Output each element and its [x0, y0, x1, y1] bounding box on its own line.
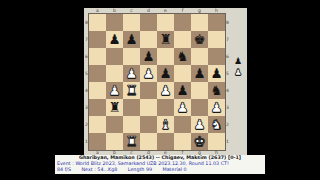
square-e6[interactable] [157, 48, 174, 65]
material-tray: ♟ ♟ [231, 56, 245, 77]
square-h6[interactable] [208, 48, 225, 65]
coordinate-label: 2 [225, 116, 230, 133]
black-rook: ♜ [159, 31, 171, 48]
material-balance-text: Material 0 [163, 167, 187, 172]
square-h5[interactable]: ♟ [208, 65, 225, 82]
board-panel: abcdefgh 87654321 ♟♟♜♚♟♞♟♟♟♟♟♟♜♟♟♞♜♟♟♝♟♞… [84, 8, 247, 155]
square-h4[interactable]: ♞ [208, 82, 225, 99]
square-c1[interactable]: ♜ [123, 133, 140, 150]
square-c3[interactable] [123, 99, 140, 116]
black-pawn: ♟ [193, 65, 205, 82]
square-c8[interactable] [123, 14, 140, 31]
black-pawn: ♟ [159, 65, 171, 82]
square-c5[interactable]: ♟ [123, 65, 140, 82]
square-b7[interactable]: ♟ [106, 31, 123, 48]
coordinate-label: 6 [225, 48, 230, 65]
white-bishop: ♝ [159, 116, 171, 133]
square-f7[interactable] [174, 31, 191, 48]
clock-text: 84 f/S [57, 167, 71, 172]
square-a3[interactable] [89, 99, 106, 116]
square-c4[interactable]: ♜ [123, 82, 140, 99]
game-length-text: Length 99 [128, 167, 152, 172]
white-pawn-icon: ♟ [234, 67, 242, 77]
white-pawn: ♟ [193, 116, 205, 133]
square-g8[interactable] [191, 14, 208, 31]
black-pawn: ♟ [176, 82, 188, 99]
coordinate-label: 8 [225, 14, 230, 31]
square-f4[interactable]: ♟ [174, 82, 191, 99]
black-pawn-icon: ♟ [234, 56, 242, 66]
square-e4[interactable]: ♟ [157, 82, 174, 99]
square-d8[interactable] [140, 14, 157, 31]
status-line: 84 f/S Next : 54...Kg8 Length 99 Materia… [55, 167, 265, 173]
white-pawn: ♟ [125, 65, 137, 82]
square-g2[interactable]: ♟ [191, 116, 208, 133]
next-move-text: Next : 54...Kg8 [82, 167, 118, 172]
square-e7[interactable]: ♜ [157, 31, 174, 48]
square-e5[interactable]: ♟ [157, 65, 174, 82]
square-h3[interactable]: ♟ [208, 99, 225, 116]
square-h2[interactable]: ♞ [208, 116, 225, 133]
square-d6[interactable]: ♟ [140, 48, 157, 65]
square-d1[interactable] [140, 133, 157, 150]
square-g5[interactable]: ♟ [191, 65, 208, 82]
square-f2[interactable] [174, 116, 191, 133]
square-b6[interactable] [106, 48, 123, 65]
square-c2[interactable] [123, 116, 140, 133]
white-pawn: ♟ [176, 99, 188, 116]
square-e3[interactable] [157, 99, 174, 116]
white-pawn: ♟ [108, 82, 120, 99]
white-rook: ♜ [125, 133, 137, 150]
white-pawn: ♟ [159, 82, 171, 99]
square-g1[interactable]: ♚ [191, 133, 208, 150]
square-b4[interactable]: ♟ [106, 82, 123, 99]
square-f1[interactable] [174, 133, 191, 150]
coordinate-label: 3 [225, 99, 230, 116]
square-d7[interactable] [140, 31, 157, 48]
square-g6[interactable] [191, 48, 208, 65]
square-g4[interactable] [191, 82, 208, 99]
square-d3[interactable] [140, 99, 157, 116]
black-king: ♚ [193, 31, 205, 48]
square-f5[interactable] [174, 65, 191, 82]
square-a7[interactable] [89, 31, 106, 48]
square-f6[interactable]: ♞ [174, 48, 191, 65]
square-c7[interactable]: ♟ [123, 31, 140, 48]
coordinate-label: 5 [225, 65, 230, 82]
square-h8[interactable] [208, 14, 225, 31]
square-g3[interactable] [191, 99, 208, 116]
square-a4[interactable] [89, 82, 106, 99]
square-a2[interactable] [89, 116, 106, 133]
square-g7[interactable]: ♚ [191, 31, 208, 48]
black-knight: ♞ [210, 82, 222, 99]
coordinate-label: 7 [225, 31, 230, 48]
black-pawn: ♟ [108, 31, 120, 48]
coordinate-label: 4 [225, 82, 230, 99]
square-h7[interactable] [208, 31, 225, 48]
video-frame: abcdefgh 87654321 ♟♟♜♚♟♞♟♟♟♟♟♟♜♟♟♞♜♟♟♝♟♞… [0, 0, 320, 180]
rank-labels-right: 87654321 [225, 14, 230, 150]
black-pawn: ♟ [142, 48, 154, 65]
white-pawn: ♟ [210, 99, 222, 116]
square-b1[interactable] [106, 133, 123, 150]
square-f3[interactable]: ♟ [174, 99, 191, 116]
square-f8[interactable] [174, 14, 191, 31]
square-b8[interactable] [106, 14, 123, 31]
square-h1[interactable] [208, 133, 225, 150]
white-pawn: ♟ [142, 65, 154, 82]
black-rook: ♜ [108, 99, 120, 116]
white-rook: ♜ [125, 82, 137, 99]
square-e2[interactable]: ♝ [157, 116, 174, 133]
square-e8[interactable] [157, 14, 174, 31]
coordinate-label: 1 [225, 133, 230, 150]
square-b2[interactable] [106, 116, 123, 133]
white-knight: ♞ [210, 116, 222, 133]
square-d2[interactable] [140, 116, 157, 133]
white-king: ♚ [193, 133, 205, 150]
square-b5[interactable] [106, 65, 123, 82]
square-d4[interactable] [140, 82, 157, 99]
square-d5[interactable]: ♟ [140, 65, 157, 82]
square-a8[interactable] [89, 14, 106, 31]
square-c6[interactable] [123, 48, 140, 65]
black-pawn: ♟ [210, 65, 222, 82]
black-knight: ♞ [176, 48, 188, 65]
square-a1[interactable] [89, 133, 106, 150]
black-pawn: ♟ [125, 31, 137, 48]
caption-bar: Gharibyan, Mamikon (2543) -- Chigaev, Ma… [55, 155, 265, 174]
chess-board: ♟♟♜♚♟♞♟♟♟♟♟♟♜♟♟♞♜♟♟♝♟♞♜♚ [89, 14, 225, 150]
square-a6[interactable] [89, 48, 106, 65]
square-e1[interactable] [157, 133, 174, 150]
square-a5[interactable] [89, 65, 106, 82]
square-b3[interactable]: ♜ [106, 99, 123, 116]
